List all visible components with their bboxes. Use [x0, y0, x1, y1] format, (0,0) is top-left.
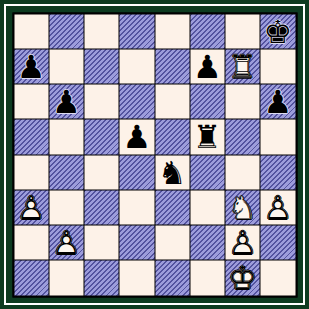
square-h3[interactable]: ♟♙: [261, 190, 295, 224]
white-king-outline-glyph: ♔: [226, 261, 260, 295]
square-g4[interactable]: [226, 155, 260, 189]
square-h1[interactable]: [261, 261, 295, 295]
square-f1[interactable]: [190, 261, 224, 295]
square-d5[interactable]: ♟: [120, 120, 154, 154]
square-g7[interactable]: ♜♖: [226, 49, 260, 83]
square-h6[interactable]: ♟: [261, 85, 295, 119]
square-c1[interactable]: [85, 261, 119, 295]
piece-white-pawn-a3[interactable]: ♟♙: [14, 190, 48, 224]
black-rook-glyph: ♜: [190, 120, 224, 154]
square-a7[interactable]: ♟: [14, 49, 48, 83]
square-e8[interactable]: [155, 14, 189, 48]
square-g2[interactable]: ♟♙: [226, 226, 260, 260]
square-a6[interactable]: [14, 85, 48, 119]
black-knight-glyph: ♞: [155, 155, 189, 189]
square-c2[interactable]: [85, 226, 119, 260]
square-a1[interactable]: [14, 261, 48, 295]
white-rook-outline-glyph: ♖: [226, 49, 260, 83]
square-f6[interactable]: [190, 85, 224, 119]
piece-black-pawn-d5[interactable]: ♟: [120, 120, 154, 154]
square-b7[interactable]: [49, 49, 83, 83]
black-pawn-glyph: ♟: [14, 49, 48, 83]
square-b2[interactable]: ♟♙: [49, 226, 83, 260]
white-pawn-outline-glyph: ♙: [261, 190, 295, 224]
white-pawn-outline-glyph: ♙: [14, 190, 48, 224]
square-g3[interactable]: ♞♘: [226, 190, 260, 224]
piece-black-rook-f5[interactable]: ♜: [190, 120, 224, 154]
piece-white-pawn-g2[interactable]: ♟♙: [226, 226, 260, 260]
square-d7[interactable]: [120, 49, 154, 83]
white-pawn-outline-glyph: ♙: [49, 226, 83, 260]
white-knight-outline-glyph: ♘: [226, 190, 260, 224]
square-e7[interactable]: [155, 49, 189, 83]
square-a4[interactable]: [14, 155, 48, 189]
piece-white-pawn-h3[interactable]: ♟♙: [261, 190, 295, 224]
square-f2[interactable]: [190, 226, 224, 260]
square-e1[interactable]: [155, 261, 189, 295]
piece-black-king-h8[interactable]: ♚: [261, 14, 295, 48]
square-a5[interactable]: [14, 120, 48, 154]
square-g5[interactable]: [226, 120, 260, 154]
square-e5[interactable]: [155, 120, 189, 154]
square-b6[interactable]: ♟: [49, 85, 83, 119]
square-h5[interactable]: [261, 120, 295, 154]
square-d1[interactable]: [120, 261, 154, 295]
piece-black-pawn-b6[interactable]: ♟: [49, 85, 83, 119]
square-b1[interactable]: [49, 261, 83, 295]
white-pawn-outline-glyph: ♙: [226, 226, 260, 260]
square-b3[interactable]: [49, 190, 83, 224]
square-d8[interactable]: [120, 14, 154, 48]
piece-white-rook-g7[interactable]: ♜♖: [226, 49, 260, 83]
square-g6[interactable]: [226, 85, 260, 119]
square-h2[interactable]: [261, 226, 295, 260]
square-d3[interactable]: [120, 190, 154, 224]
square-b8[interactable]: [49, 14, 83, 48]
square-a2[interactable]: [14, 226, 48, 260]
square-f7[interactable]: ♟: [190, 49, 224, 83]
piece-black-pawn-f7[interactable]: ♟: [190, 49, 224, 83]
square-d6[interactable]: [120, 85, 154, 119]
black-king-glyph: ♚: [261, 14, 295, 48]
square-a8[interactable]: [14, 14, 48, 48]
square-b5[interactable]: [49, 120, 83, 154]
piece-white-king-g1[interactable]: ♚♔: [226, 261, 260, 295]
square-h8[interactable]: ♚: [261, 14, 295, 48]
square-c5[interactable]: [85, 120, 119, 154]
black-pawn-glyph: ♟: [261, 85, 295, 119]
piece-white-knight-g3[interactable]: ♞♘: [226, 190, 260, 224]
piece-black-pawn-a7[interactable]: ♟: [14, 49, 48, 83]
square-d2[interactable]: [120, 226, 154, 260]
square-e6[interactable]: [155, 85, 189, 119]
square-b4[interactable]: [49, 155, 83, 189]
square-f4[interactable]: [190, 155, 224, 189]
square-d4[interactable]: [120, 155, 154, 189]
square-c3[interactable]: [85, 190, 119, 224]
board-frame: ♚♟♟♜♖♟♟♟♜♞♟♙♞♘♟♙♟♙♟♙♚♔: [0, 0, 309, 309]
square-g1[interactable]: ♚♔: [226, 261, 260, 295]
square-c6[interactable]: [85, 85, 119, 119]
square-c8[interactable]: [85, 14, 119, 48]
square-f3[interactable]: [190, 190, 224, 224]
square-c4[interactable]: [85, 155, 119, 189]
square-a3[interactable]: ♟♙: [14, 190, 48, 224]
square-c7[interactable]: [85, 49, 119, 83]
piece-white-pawn-b2[interactable]: ♟♙: [49, 226, 83, 260]
chess-board: ♚♟♟♜♖♟♟♟♜♞♟♙♞♘♟♙♟♙♟♙♚♔: [12, 12, 297, 297]
square-h4[interactable]: [261, 155, 295, 189]
square-e3[interactable]: [155, 190, 189, 224]
square-h7[interactable]: [261, 49, 295, 83]
square-g8[interactable]: [226, 14, 260, 48]
black-pawn-glyph: ♟: [120, 120, 154, 154]
square-e4[interactable]: ♞: [155, 155, 189, 189]
piece-black-knight-e4[interactable]: ♞: [155, 155, 189, 189]
black-pawn-glyph: ♟: [49, 85, 83, 119]
square-f8[interactable]: [190, 14, 224, 48]
square-e2[interactable]: [155, 226, 189, 260]
square-f5[interactable]: ♜: [190, 120, 224, 154]
black-pawn-glyph: ♟: [190, 49, 224, 83]
piece-black-pawn-h6[interactable]: ♟: [261, 85, 295, 119]
